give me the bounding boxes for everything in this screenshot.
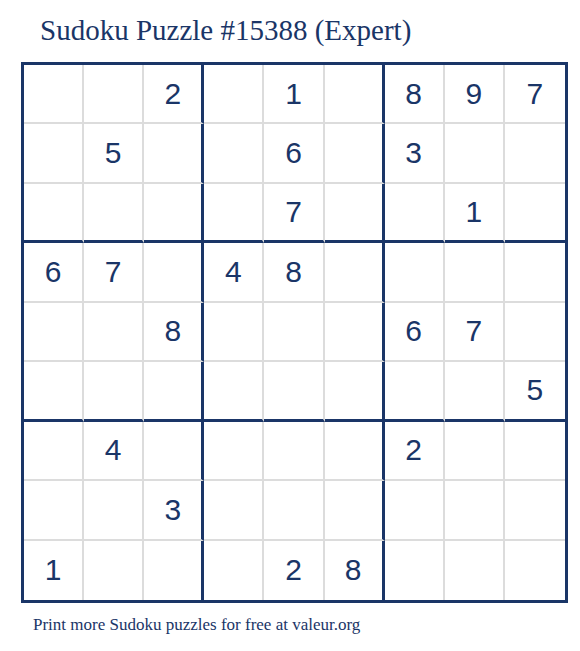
cell-r6c5[interactable] (264, 362, 324, 421)
cell-r9c7[interactable] (385, 541, 445, 600)
cell-r5c7[interactable]: 6 (385, 303, 445, 362)
cell-r6c9[interactable]: 5 (505, 362, 565, 421)
cell-r1c2[interactable] (84, 65, 144, 124)
cell-r4c4[interactable]: 4 (204, 243, 264, 302)
cell-r5c2[interactable] (84, 303, 144, 362)
cell-r9c1[interactable]: 1 (24, 541, 84, 600)
cell-r1c7[interactable]: 8 (385, 65, 445, 124)
cell-r7c4[interactable] (204, 422, 264, 481)
cell-r4c6[interactable] (325, 243, 385, 302)
cell-r4c1[interactable]: 6 (24, 243, 84, 302)
cell-r9c2[interactable] (84, 541, 144, 600)
cell-r8c7[interactable] (385, 481, 445, 540)
cell-r4c5[interactable]: 8 (264, 243, 324, 302)
cell-r4c3[interactable] (144, 243, 204, 302)
cell-r5c5[interactable] (264, 303, 324, 362)
cell-r2c2[interactable]: 5 (84, 124, 144, 183)
cell-r2c3[interactable] (144, 124, 204, 183)
cell-r2c1[interactable] (24, 124, 84, 183)
cell-r6c3[interactable] (144, 362, 204, 421)
cell-r5c4[interactable] (204, 303, 264, 362)
cell-r6c8[interactable] (445, 362, 505, 421)
footer-text: Print more Sudoku puzzles for free at va… (33, 615, 360, 635)
cell-r8c1[interactable] (24, 481, 84, 540)
cell-r8c2[interactable] (84, 481, 144, 540)
cell-r3c4[interactable] (204, 184, 264, 243)
cell-r1c3[interactable]: 2 (144, 65, 204, 124)
cell-r8c8[interactable] (445, 481, 505, 540)
cell-r8c4[interactable] (204, 481, 264, 540)
cell-r2c4[interactable] (204, 124, 264, 183)
cell-r3c3[interactable] (144, 184, 204, 243)
cell-r4c8[interactable] (445, 243, 505, 302)
cell-r5c8[interactable]: 7 (445, 303, 505, 362)
cell-r3c5[interactable]: 7 (264, 184, 324, 243)
cell-r7c5[interactable] (264, 422, 324, 481)
cell-r9c8[interactable] (445, 541, 505, 600)
cell-r7c9[interactable] (505, 422, 565, 481)
cell-r1c9[interactable]: 7 (505, 65, 565, 124)
cell-r5c6[interactable] (325, 303, 385, 362)
cell-r4c9[interactable] (505, 243, 565, 302)
cell-r2c9[interactable] (505, 124, 565, 183)
page-title: Sudoku Puzzle #15388 (Expert) (40, 14, 411, 47)
sudoku-board: 218975637167488675423128 (21, 62, 568, 603)
cell-r5c1[interactable] (24, 303, 84, 362)
cell-r3c2[interactable] (84, 184, 144, 243)
cell-r9c9[interactable] (505, 541, 565, 600)
cell-r8c9[interactable] (505, 481, 565, 540)
cell-r6c6[interactable] (325, 362, 385, 421)
cell-r3c6[interactable] (325, 184, 385, 243)
cell-r1c1[interactable] (24, 65, 84, 124)
cell-r2c8[interactable] (445, 124, 505, 183)
cell-r7c8[interactable] (445, 422, 505, 481)
cell-r9c4[interactable] (204, 541, 264, 600)
cell-r6c2[interactable] (84, 362, 144, 421)
cell-r9c6[interactable]: 8 (325, 541, 385, 600)
cell-r7c1[interactable] (24, 422, 84, 481)
cell-r3c7[interactable] (385, 184, 445, 243)
cell-r5c3[interactable]: 8 (144, 303, 204, 362)
cell-r8c5[interactable] (264, 481, 324, 540)
cell-r1c4[interactable] (204, 65, 264, 124)
cell-r7c6[interactable] (325, 422, 385, 481)
cell-r2c5[interactable]: 6 (264, 124, 324, 183)
cell-r3c1[interactable] (24, 184, 84, 243)
cell-r4c2[interactable]: 7 (84, 243, 144, 302)
cell-r2c7[interactable]: 3 (385, 124, 445, 183)
cell-r6c7[interactable] (385, 362, 445, 421)
cell-r1c6[interactable] (325, 65, 385, 124)
cell-r9c5[interactable]: 2 (264, 541, 324, 600)
cell-r3c8[interactable]: 1 (445, 184, 505, 243)
cell-r8c3[interactable]: 3 (144, 481, 204, 540)
cell-r5c9[interactable] (505, 303, 565, 362)
cell-r6c1[interactable] (24, 362, 84, 421)
cell-r8c6[interactable] (325, 481, 385, 540)
cell-r7c7[interactable]: 2 (385, 422, 445, 481)
cell-r4c7[interactable] (385, 243, 445, 302)
cell-r7c2[interactable]: 4 (84, 422, 144, 481)
cell-r1c8[interactable]: 9 (445, 65, 505, 124)
cell-r3c9[interactable] (505, 184, 565, 243)
cell-r2c6[interactable] (325, 124, 385, 183)
cell-r6c4[interactable] (204, 362, 264, 421)
cell-r1c5[interactable]: 1 (264, 65, 324, 124)
cell-r9c3[interactable] (144, 541, 204, 600)
cell-r7c3[interactable] (144, 422, 204, 481)
